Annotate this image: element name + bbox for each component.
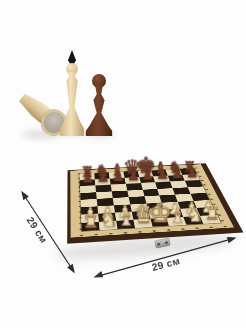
square-h5[interactable] — [188, 186, 206, 193]
white-knight[interactable]: ♞ — [99, 210, 117, 230]
square-f7[interactable]: ♟ — [153, 175, 170, 182]
square-d7[interactable]: ♟ — [124, 177, 140, 184]
black-pawn[interactable]: ♟ — [171, 167, 184, 181]
depth-arrowhead-top-icon — [22, 192, 28, 199]
black-pawn[interactable]: ♟ — [142, 168, 155, 182]
black-pawn[interactable]: ♟ — [96, 171, 109, 185]
square-g7[interactable]: ♟ — [168, 175, 185, 182]
square-d5[interactable] — [127, 190, 144, 198]
black-pawn[interactable]: ♟ — [81, 171, 94, 185]
square-e7[interactable]: ♟ — [139, 176, 156, 183]
white-queen[interactable]: ♛ — [133, 203, 155, 227]
white-bishop[interactable]: ♝ — [117, 209, 135, 229]
product-photo-canvas: ♜♞♝♛♚♝♞♜♟♟♟♟♟♟♟♟♟♟♟♟♟♟♟♟♜♞♝♛♚♝♞♜ 29 см 2… — [0, 0, 246, 328]
black-pawn[interactable]: ♟ — [127, 169, 140, 183]
square-g1[interactable]: ♞ — [184, 216, 204, 225]
chess-board-grid: ♜♞♝♛♚♝♞♜♟♟♟♟♟♟♟♟♟♟♟♟♟♟♟♟♜♞♝♛♚♝♞♜ — [79, 168, 222, 232]
square-a7[interactable]: ♟ — [80, 179, 96, 186]
square-b7[interactable]: ♟ — [95, 179, 111, 186]
white-rook[interactable]: ♜ — [204, 206, 220, 223]
square-h7[interactable]: ♟ — [182, 174, 199, 181]
black-pawn[interactable]: ♟ — [112, 170, 125, 184]
black-pawn[interactable]: ♟ — [186, 166, 199, 180]
square-c7[interactable]: ♟ — [110, 178, 126, 185]
dimension-label-depth: 29 см — [25, 215, 50, 245]
white-rook[interactable]: ♜ — [83, 213, 99, 231]
square-a5[interactable] — [80, 192, 96, 200]
white-knight[interactable]: ♞ — [186, 205, 204, 225]
square-d1[interactable]: ♛ — [133, 219, 152, 228]
square-b1[interactable]: ♞ — [99, 221, 117, 230]
chess-board: ♜♞♝♛♚♝♞♜♟♟♟♟♟♟♟♟♟♟♟♟♟♟♟♟♜♞♝♛♚♝♞♜ — [68, 120, 224, 276]
square-c1[interactable]: ♝ — [116, 220, 135, 229]
black-pawn[interactable]: ♟ — [156, 168, 169, 182]
board-frame: ♜♞♝♛♚♝♞♜♟♟♟♟♟♟♟♟♟♟♟♟♟♟♟♟♜♞♝♛♚♝♞♜ — [67, 163, 243, 243]
square-a1[interactable]: ♜ — [82, 222, 100, 232]
